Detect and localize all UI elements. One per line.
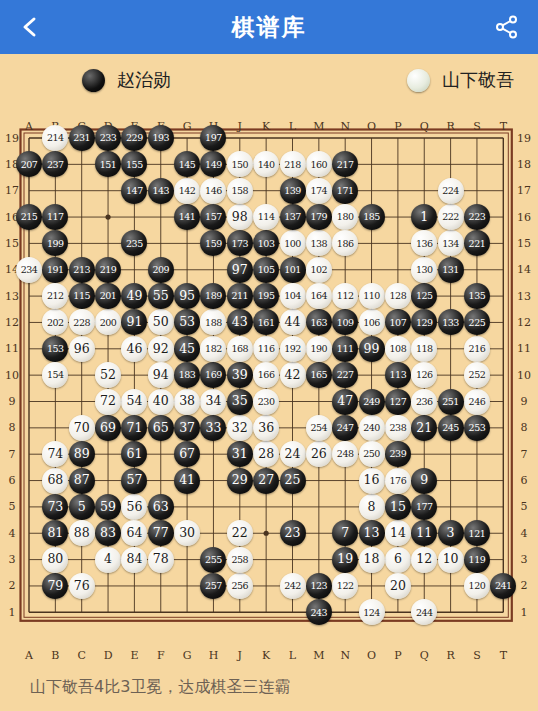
go-stone-S11: 216 bbox=[464, 336, 490, 362]
go-stone-B11: 153 bbox=[42, 336, 68, 362]
go-stone-C11: 96 bbox=[69, 336, 95, 362]
go-stone-L14: 101 bbox=[280, 257, 306, 283]
go-stone-E9: 54 bbox=[121, 389, 147, 415]
go-stone-F8: 65 bbox=[148, 415, 174, 441]
go-stone-K16: 114 bbox=[253, 204, 279, 230]
go-stone-J2: 256 bbox=[227, 573, 253, 599]
column-label-bottom: J bbox=[231, 649, 249, 662]
go-stone-J3: 258 bbox=[227, 547, 253, 573]
go-stone-Q8: 21 bbox=[411, 415, 437, 441]
row-label-right: 15 bbox=[515, 237, 533, 250]
column-label-bottom: G bbox=[178, 649, 196, 662]
column-label-top: A bbox=[20, 120, 38, 133]
row-label-left: 3 bbox=[3, 553, 21, 566]
go-stone-F4: 77 bbox=[148, 520, 174, 546]
go-stone-A16: 215 bbox=[16, 204, 42, 230]
row-label-left: 13 bbox=[3, 290, 21, 303]
go-stone-L10: 42 bbox=[280, 362, 306, 388]
go-stone-P11: 108 bbox=[385, 336, 411, 362]
go-stone-F9: 40 bbox=[148, 389, 174, 415]
column-label-bottom: L bbox=[284, 649, 302, 662]
go-stone-P4: 14 bbox=[385, 520, 411, 546]
go-stone-B3: 80 bbox=[42, 547, 68, 573]
go-stone-Q11: 118 bbox=[411, 336, 437, 362]
go-stone-G11: 45 bbox=[174, 336, 200, 362]
go-stone-C13: 115 bbox=[69, 283, 95, 309]
go-board[interactable]: AABBCCDDEEFFGGHHJJKKLLMMNNOOPPQQRRSSTT19… bbox=[0, 0, 538, 711]
column-label-bottom: M bbox=[310, 649, 328, 662]
row-label-right: 11 bbox=[515, 342, 533, 355]
go-stone-L4: 23 bbox=[280, 520, 306, 546]
go-stone-S4: 121 bbox=[464, 520, 490, 546]
go-stone-L12: 44 bbox=[280, 309, 306, 335]
go-stone-Q3: 12 bbox=[411, 547, 437, 573]
row-label-right: 2 bbox=[515, 579, 533, 592]
go-stone-B6: 68 bbox=[42, 468, 68, 494]
go-stone-R4: 3 bbox=[438, 520, 464, 546]
column-label-top: R bbox=[442, 120, 460, 133]
go-stone-E6: 57 bbox=[121, 468, 147, 494]
row-label-left: 4 bbox=[3, 527, 21, 540]
column-label-bottom: E bbox=[125, 649, 143, 662]
go-stone-R16: 222 bbox=[438, 204, 464, 230]
go-stone-O13: 110 bbox=[359, 283, 385, 309]
go-stone-P7: 239 bbox=[385, 441, 411, 467]
column-label-top: S bbox=[468, 120, 486, 133]
go-stone-H17: 146 bbox=[200, 178, 226, 204]
column-label-top: G bbox=[178, 120, 196, 133]
result-text: 山下敬吾4比3卫冕，达成棋圣三连霸 bbox=[30, 677, 290, 698]
go-stone-R9: 251 bbox=[438, 389, 464, 415]
go-stone-K8: 36 bbox=[253, 415, 279, 441]
row-label-left: 7 bbox=[3, 448, 21, 461]
star-point bbox=[105, 214, 110, 219]
column-label-bottom: B bbox=[46, 649, 64, 662]
go-stone-S16: 223 bbox=[464, 204, 490, 230]
go-stone-C4: 88 bbox=[69, 520, 95, 546]
go-stone-J8: 32 bbox=[227, 415, 253, 441]
row-label-left: 10 bbox=[3, 369, 21, 382]
go-stone-A14: 234 bbox=[16, 257, 42, 283]
row-label-right: 14 bbox=[515, 263, 533, 276]
go-stone-D19: 233 bbox=[95, 125, 121, 151]
go-stone-J16: 98 bbox=[227, 204, 253, 230]
go-stone-L6: 25 bbox=[280, 468, 306, 494]
go-stone-P13: 128 bbox=[385, 283, 411, 309]
go-stone-C2: 76 bbox=[69, 573, 95, 599]
row-label-right: 8 bbox=[515, 421, 533, 434]
go-stone-G16: 141 bbox=[174, 204, 200, 230]
go-stone-P10: 113 bbox=[385, 362, 411, 388]
row-label-left: 9 bbox=[3, 395, 21, 408]
row-label-right: 18 bbox=[515, 158, 533, 171]
go-stone-L16: 137 bbox=[280, 204, 306, 230]
go-stone-O4: 13 bbox=[359, 520, 385, 546]
go-stone-G13: 95 bbox=[174, 283, 200, 309]
go-stone-P8: 238 bbox=[385, 415, 411, 441]
go-stone-O3: 18 bbox=[359, 547, 385, 573]
go-stone-J18: 150 bbox=[227, 151, 253, 177]
go-stone-O11: 99 bbox=[359, 336, 385, 362]
go-stone-C6: 87 bbox=[69, 468, 95, 494]
go-stone-L18: 218 bbox=[280, 151, 306, 177]
go-stone-D8: 69 bbox=[95, 415, 121, 441]
back-button[interactable] bbox=[14, 10, 48, 44]
go-stone-G17: 142 bbox=[174, 178, 200, 204]
share-icon bbox=[495, 15, 519, 39]
go-stone-M17: 174 bbox=[306, 178, 332, 204]
go-stone-C19: 231 bbox=[69, 125, 95, 151]
go-stone-M16: 179 bbox=[306, 204, 332, 230]
go-stone-N9: 47 bbox=[332, 389, 358, 415]
go-stone-L15: 100 bbox=[280, 230, 306, 256]
column-label-top: T bbox=[494, 120, 512, 133]
go-stone-K14: 105 bbox=[253, 257, 279, 283]
go-stone-P9: 127 bbox=[385, 389, 411, 415]
go-stone-O12: 106 bbox=[359, 309, 385, 335]
column-label-top: O bbox=[363, 120, 381, 133]
go-stone-R8: 245 bbox=[438, 415, 464, 441]
row-label-right: 7 bbox=[515, 448, 533, 461]
go-stone-N17: 171 bbox=[332, 178, 358, 204]
row-label-right: 17 bbox=[515, 184, 533, 197]
go-stone-L7: 24 bbox=[280, 441, 306, 467]
go-stone-L13: 104 bbox=[280, 283, 306, 309]
go-stone-P3: 6 bbox=[385, 547, 411, 573]
go-stone-C14: 213 bbox=[69, 257, 95, 283]
column-label-bottom: O bbox=[363, 649, 381, 662]
go-stone-J4: 22 bbox=[227, 520, 253, 546]
go-stone-G6: 41 bbox=[174, 468, 200, 494]
row-label-left: 17 bbox=[3, 184, 21, 197]
row-label-left: 15 bbox=[3, 237, 21, 250]
row-label-right: 13 bbox=[515, 290, 533, 303]
go-stone-N11: 111 bbox=[332, 336, 358, 362]
go-stone-O6: 16 bbox=[359, 468, 385, 494]
row-label-right: 6 bbox=[515, 474, 533, 487]
go-stone-D9: 72 bbox=[95, 389, 121, 415]
go-stone-R17: 224 bbox=[438, 178, 464, 204]
go-stone-J6: 29 bbox=[227, 468, 253, 494]
go-stone-D13: 201 bbox=[95, 283, 121, 309]
share-button[interactable] bbox=[490, 10, 524, 44]
go-stone-O7: 250 bbox=[359, 441, 385, 467]
row-label-left: 19 bbox=[3, 132, 21, 145]
go-stone-L2: 242 bbox=[280, 573, 306, 599]
go-stone-J10: 39 bbox=[227, 362, 253, 388]
go-stone-K9: 230 bbox=[253, 389, 279, 415]
column-label-bottom: Q bbox=[415, 649, 433, 662]
go-stone-F19: 193 bbox=[148, 125, 174, 151]
go-stone-O1: 124 bbox=[359, 599, 385, 625]
result-bar: 山下敬吾4比3卫冕，达成棋圣三连霸 bbox=[0, 663, 538, 711]
go-stone-C5: 5 bbox=[69, 494, 95, 520]
column-label-bottom: H bbox=[204, 649, 222, 662]
go-stone-F3: 78 bbox=[148, 547, 174, 573]
go-stone-N2: 122 bbox=[332, 573, 358, 599]
go-stone-C12: 228 bbox=[69, 309, 95, 335]
row-label-right: 3 bbox=[515, 553, 533, 566]
go-stone-Q5: 177 bbox=[411, 494, 437, 520]
go-stone-P6: 176 bbox=[385, 468, 411, 494]
row-label-right: 4 bbox=[515, 527, 533, 540]
go-stone-S2: 120 bbox=[464, 573, 490, 599]
go-stone-M2: 123 bbox=[306, 573, 332, 599]
go-stone-F13: 55 bbox=[148, 283, 174, 309]
row-label-right: 9 bbox=[515, 395, 533, 408]
star-point bbox=[264, 531, 269, 536]
go-stone-L17: 139 bbox=[280, 178, 306, 204]
row-label-left: 11 bbox=[3, 342, 21, 355]
go-stone-D3: 4 bbox=[95, 547, 121, 573]
go-stone-M11: 190 bbox=[306, 336, 332, 362]
go-stone-D14: 219 bbox=[95, 257, 121, 283]
go-stone-H3: 255 bbox=[200, 547, 226, 573]
go-stone-G9: 38 bbox=[174, 389, 200, 415]
go-stone-J11: 168 bbox=[227, 336, 253, 362]
go-stone-L11: 192 bbox=[280, 336, 306, 362]
row-label-left: 5 bbox=[3, 500, 21, 513]
go-stone-E17: 147 bbox=[121, 178, 147, 204]
go-stone-D5: 59 bbox=[95, 494, 121, 520]
go-stone-J15: 173 bbox=[227, 230, 253, 256]
go-stone-F11: 92 bbox=[148, 336, 174, 362]
go-stone-P2: 20 bbox=[385, 573, 411, 599]
go-stone-J7: 31 bbox=[227, 441, 253, 467]
row-label-left: 12 bbox=[3, 316, 21, 329]
column-label-bottom: F bbox=[152, 649, 170, 662]
go-stone-O9: 249 bbox=[359, 389, 385, 415]
go-stone-M8: 254 bbox=[306, 415, 332, 441]
go-stone-O8: 240 bbox=[359, 415, 385, 441]
row-label-right: 12 bbox=[515, 316, 533, 329]
go-stone-R3: 10 bbox=[438, 547, 464, 573]
go-stone-C7: 89 bbox=[69, 441, 95, 467]
column-label-top: Q bbox=[415, 120, 433, 133]
go-stone-Q9: 236 bbox=[411, 389, 437, 415]
go-stone-M18: 160 bbox=[306, 151, 332, 177]
go-stone-R15: 134 bbox=[438, 230, 464, 256]
row-label-right: 5 bbox=[515, 500, 533, 513]
row-label-left: 6 bbox=[3, 474, 21, 487]
column-label-top: P bbox=[389, 120, 407, 133]
go-stone-K11: 116 bbox=[253, 336, 279, 362]
column-label-bottom: T bbox=[494, 649, 512, 662]
go-stone-F14: 209 bbox=[148, 257, 174, 283]
go-stone-N3: 19 bbox=[332, 547, 358, 573]
go-stone-J14: 97 bbox=[227, 257, 253, 283]
go-stone-E11: 46 bbox=[121, 336, 147, 362]
go-stone-B14: 191 bbox=[42, 257, 68, 283]
go-stone-M14: 102 bbox=[306, 257, 332, 283]
column-label-bottom: P bbox=[389, 649, 407, 662]
column-label-top: L bbox=[284, 120, 302, 133]
go-stone-C8: 70 bbox=[69, 415, 95, 441]
column-label-top: K bbox=[257, 120, 275, 133]
go-stone-J13: 211 bbox=[227, 283, 253, 309]
go-stone-M1: 243 bbox=[306, 599, 332, 625]
column-label-bottom: A bbox=[20, 649, 38, 662]
go-stone-M13: 164 bbox=[306, 283, 332, 309]
go-stone-F17: 143 bbox=[148, 178, 174, 204]
go-stone-J9: 35 bbox=[227, 389, 253, 415]
column-label-bottom: R bbox=[442, 649, 460, 662]
go-stone-S8: 253 bbox=[464, 415, 490, 441]
row-label-left: 8 bbox=[3, 421, 21, 434]
column-label-top: N bbox=[336, 120, 354, 133]
go-stone-F5: 63 bbox=[148, 494, 174, 520]
column-label-top: J bbox=[231, 120, 249, 133]
row-label-right: 10 bbox=[515, 369, 533, 382]
row-label-right: 1 bbox=[515, 606, 533, 619]
go-stone-G8: 37 bbox=[174, 415, 200, 441]
go-stone-S13: 135 bbox=[464, 283, 490, 309]
go-stone-O16: 185 bbox=[359, 204, 385, 230]
column-label-bottom: K bbox=[257, 649, 275, 662]
column-label-bottom: S bbox=[468, 649, 486, 662]
go-stone-Q14: 130 bbox=[411, 257, 437, 283]
go-stone-E3: 84 bbox=[121, 547, 147, 573]
column-label-bottom: D bbox=[99, 649, 117, 662]
go-stone-P5: 15 bbox=[385, 494, 411, 520]
go-stone-R12: 133 bbox=[438, 309, 464, 335]
column-label-top: M bbox=[310, 120, 328, 133]
go-stone-N8: 247 bbox=[332, 415, 358, 441]
go-stone-D10: 52 bbox=[95, 362, 121, 388]
go-stone-F10: 94 bbox=[148, 362, 174, 388]
go-stone-S3: 119 bbox=[464, 547, 490, 573]
row-label-left: 1 bbox=[3, 606, 21, 619]
go-stone-R14: 131 bbox=[438, 257, 464, 283]
column-label-bottom: C bbox=[73, 649, 91, 662]
go-stone-K6: 27 bbox=[253, 468, 279, 494]
go-stone-J17: 158 bbox=[227, 178, 253, 204]
go-stone-O5: 8 bbox=[359, 494, 385, 520]
go-stone-H9: 34 bbox=[200, 389, 226, 415]
chevron-left-icon bbox=[20, 16, 42, 38]
row-label-left: 2 bbox=[3, 579, 21, 592]
row-label-right: 16 bbox=[515, 211, 533, 224]
go-stone-S9: 246 bbox=[464, 389, 490, 415]
column-label-bottom: N bbox=[336, 649, 354, 662]
go-stone-S10: 252 bbox=[464, 362, 490, 388]
go-stone-Q6: 9 bbox=[411, 468, 437, 494]
go-stone-M7: 26 bbox=[306, 441, 332, 467]
go-stone-M10: 165 bbox=[306, 362, 332, 388]
row-label-right: 19 bbox=[515, 132, 533, 145]
